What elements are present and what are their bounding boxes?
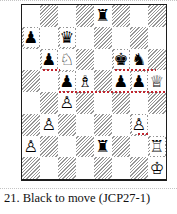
white-pawn-c4: ♙	[60, 93, 75, 112]
black-queen-c7: ♛	[60, 28, 75, 47]
square-f4	[112, 92, 130, 114]
square-a7: ♟	[22, 27, 40, 49]
square-c1	[58, 157, 76, 179]
square-h2: ♖	[148, 136, 166, 158]
square-e3	[94, 114, 112, 136]
square-h7	[148, 27, 166, 49]
square-e4	[94, 92, 112, 114]
document-page: ♜♟♛♟♘♚♞♟♗♟♟♕♙♙♙♙♜♖♔ 21. Black to move (J…	[0, 0, 177, 214]
square-h6	[148, 49, 166, 71]
spellcheck-underline-4	[138, 133, 150, 135]
square-g6: ♞	[130, 49, 148, 71]
square-e7	[94, 27, 112, 49]
square-c5: ♟	[58, 70, 76, 92]
spellcheck-underline-3	[59, 91, 166, 93]
black-pawn-a7: ♟	[24, 28, 39, 47]
white-queen-h5: ♕	[150, 72, 165, 91]
square-f3	[112, 114, 130, 136]
square-a3	[22, 114, 40, 136]
square-c2	[58, 136, 76, 158]
square-e1	[94, 157, 112, 179]
square-e2: ♜	[94, 136, 112, 158]
square-h5: ♕	[148, 70, 166, 92]
square-d3	[76, 114, 94, 136]
square-d7	[76, 27, 94, 49]
square-g1	[130, 157, 148, 179]
square-f1	[112, 157, 130, 179]
black-pawn-c5: ♟	[60, 72, 75, 91]
diagram-caption: 21. Black to move (JCP27-1)	[4, 191, 174, 206]
square-a4	[22, 92, 40, 114]
black-pawn-f5: ♟	[114, 72, 129, 91]
black-pawn-g5: ♟	[132, 72, 147, 91]
black-king-f6: ♚	[114, 50, 129, 69]
square-e8: ♜	[94, 5, 112, 27]
square-b8	[40, 5, 58, 27]
white-pawn-a2: ♙	[24, 137, 39, 156]
white-pawn-b3: ♙	[42, 115, 57, 134]
square-h8	[148, 5, 166, 27]
square-d2	[76, 136, 94, 158]
spellcheck-underline-1	[43, 69, 60, 71]
square-g2	[130, 136, 148, 158]
square-c8	[58, 5, 76, 27]
square-c3	[58, 114, 76, 136]
square-f2	[112, 136, 130, 158]
white-king-h1: ♔	[150, 159, 165, 178]
square-d5: ♗	[76, 70, 94, 92]
square-h1: ♔	[148, 157, 166, 179]
square-b5	[40, 70, 58, 92]
square-e6	[94, 49, 112, 71]
square-g4	[130, 92, 148, 114]
square-b4	[40, 92, 58, 114]
top-rule-line	[0, 0, 177, 1]
white-bishop-d5: ♗	[78, 72, 93, 91]
square-a8	[22, 5, 40, 27]
square-d1	[76, 157, 94, 179]
square-a5	[22, 70, 40, 92]
black-rook-e8: ♜	[96, 6, 111, 25]
bottom-rule-line	[0, 188, 177, 189]
square-a6	[22, 49, 40, 71]
square-f7	[112, 27, 130, 49]
black-pawn-b6: ♟	[42, 50, 57, 69]
square-e5	[94, 70, 112, 92]
square-a1	[22, 157, 40, 179]
square-c6: ♘	[58, 49, 76, 71]
spellcheck-underline-2	[115, 69, 156, 71]
square-h3	[148, 114, 166, 136]
square-g8	[130, 5, 148, 27]
square-g7	[130, 27, 148, 49]
square-g5: ♟	[130, 70, 148, 92]
square-d4	[76, 92, 94, 114]
square-f6: ♚	[112, 49, 130, 71]
square-b3: ♙	[40, 114, 58, 136]
square-h4	[148, 92, 166, 114]
square-c4: ♙	[58, 92, 76, 114]
white-knight-c6: ♘	[60, 50, 75, 69]
square-b1	[40, 157, 58, 179]
white-rook-h2: ♖	[150, 137, 165, 156]
square-a2: ♙	[22, 136, 40, 158]
square-b2	[40, 136, 58, 158]
black-rook-e2: ♜	[96, 137, 111, 156]
black-knight-g6: ♞	[132, 50, 147, 69]
square-b7	[40, 27, 58, 49]
square-f8	[112, 5, 130, 27]
square-c7: ♛	[58, 27, 76, 49]
square-f5: ♟	[112, 70, 130, 92]
square-d6	[76, 49, 94, 71]
white-pawn-g3: ♙	[132, 115, 147, 134]
square-b6: ♟	[40, 49, 58, 71]
square-d8	[76, 5, 94, 27]
